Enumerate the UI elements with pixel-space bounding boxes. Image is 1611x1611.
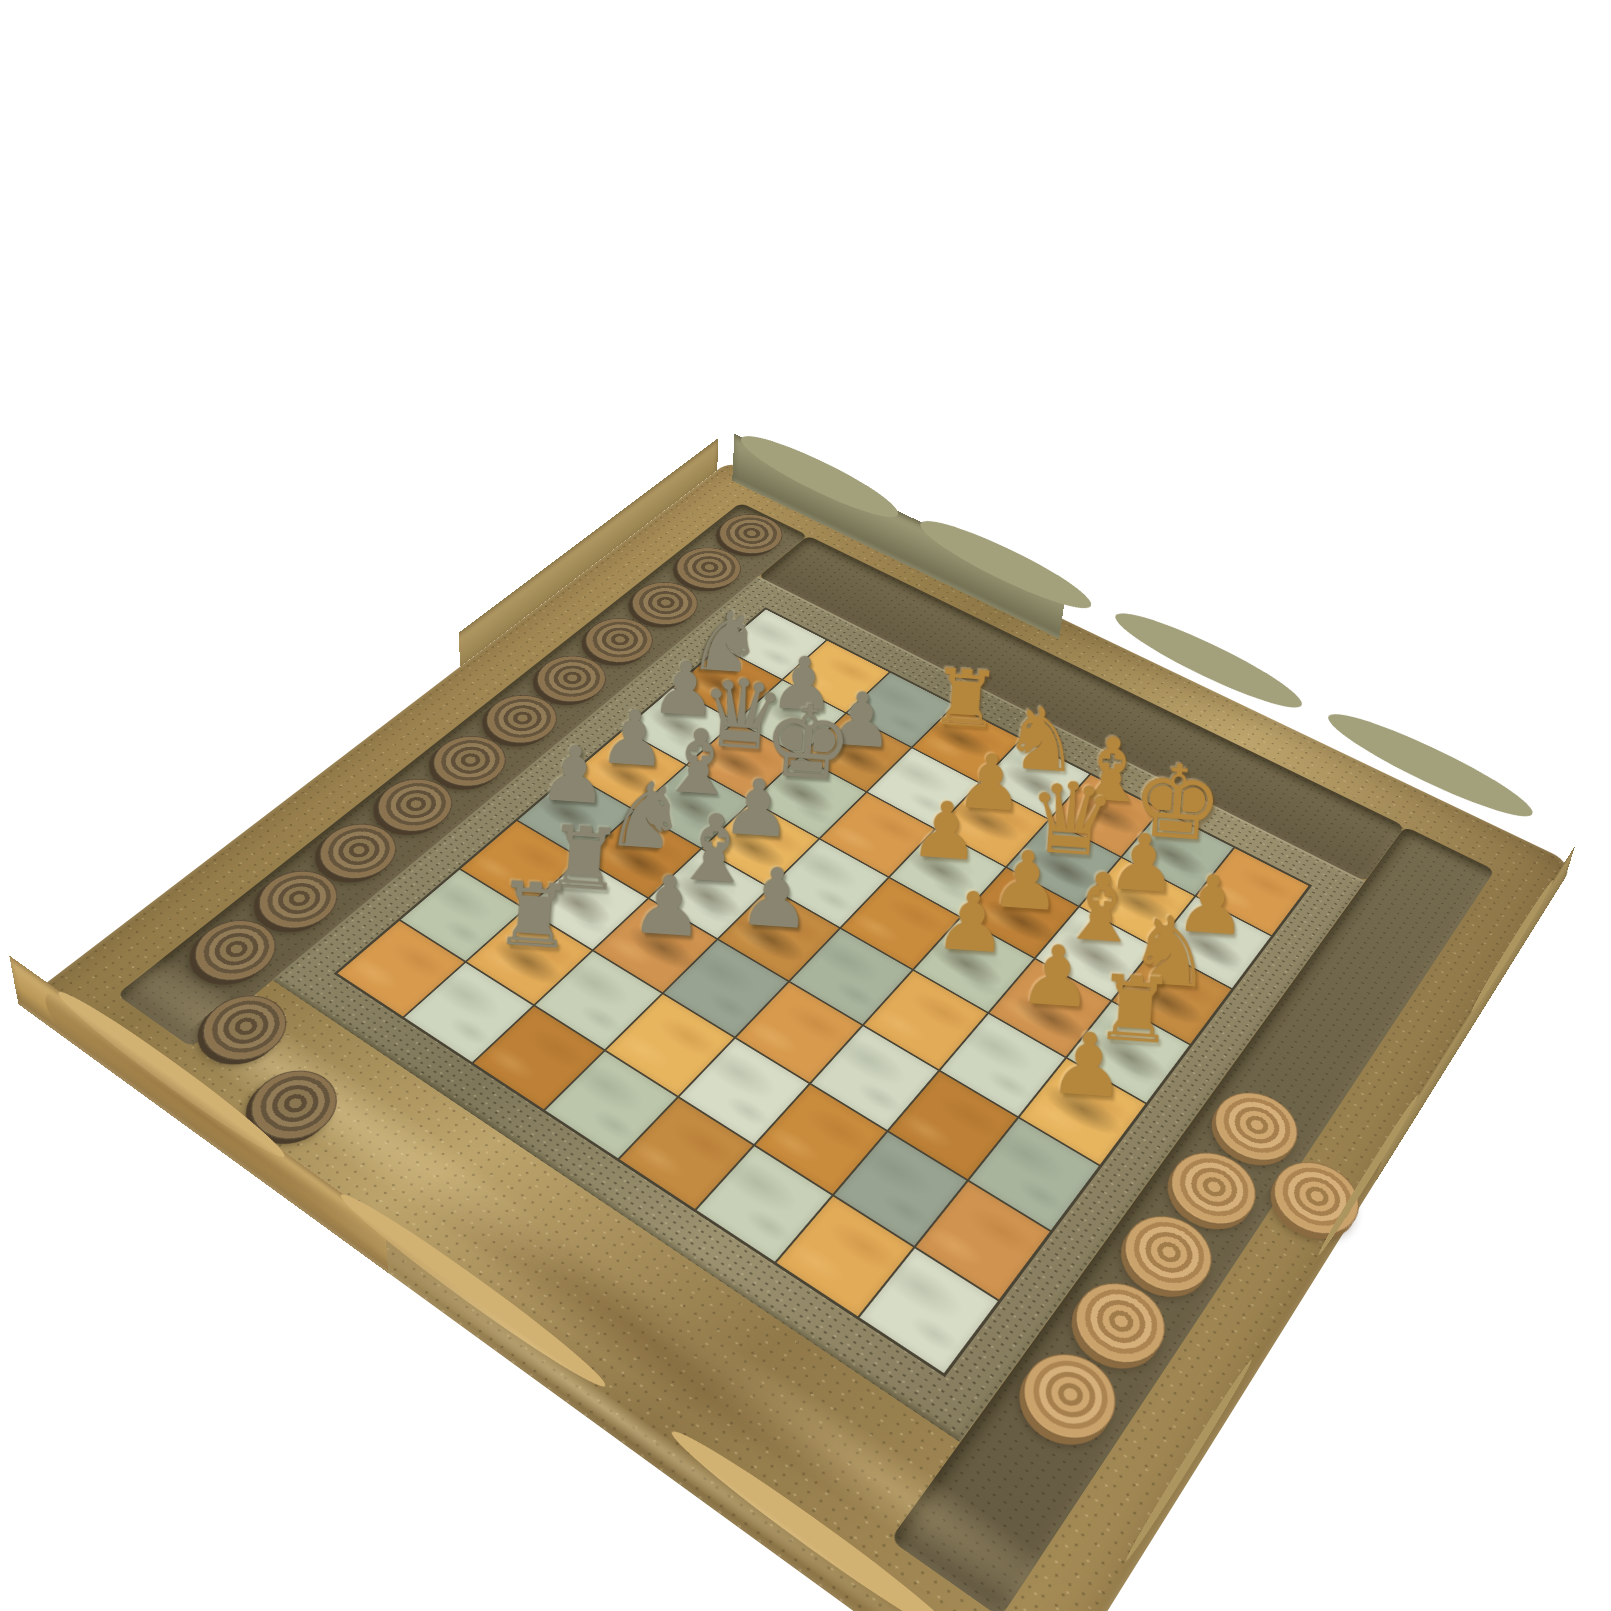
chess-rook-icon: ♜: [465, 868, 604, 965]
chess-pawn-icon: ♟: [1015, 1017, 1160, 1112]
product-photo-scene: ♜♞♝♚♟♛♟♟♟♟♝♞♟♟♜♟♞♟♟♟♛♚♟♝♟♟♞♝♟♜♟♜: [0, 0, 1611, 1611]
chess-pawn-icon: ♟: [600, 861, 737, 951]
games-board: ♜♞♝♚♟♛♟♟♟♟♝♞♟♟♜♟♞♟♟♟♛♚♟♝♟♟♞♝♟♜♟♜: [18, 460, 1574, 1611]
